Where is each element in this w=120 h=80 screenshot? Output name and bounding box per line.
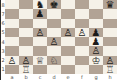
file-label-c: c [33,74,47,80]
square-d3[interactable] [47,46,61,55]
piece-white-pawn: ♙ [92,46,101,55]
square-d8[interactable]: ♚ [47,0,61,9]
file-label-b: b [19,74,33,80]
square-c6[interactable] [33,19,47,28]
square-h8[interactable]: ♛ [103,0,117,9]
square-d5[interactable] [47,28,61,37]
chess-diagram: 8♞♚♛7♟65♙♙♙♟4♙♟3♙2♙♙♕♘♔♙1♖♖abcdefgh [0,0,120,80]
square-f7[interactable] [75,9,89,18]
square-d4[interactable]: ♙ [47,37,61,46]
square-d6[interactable] [47,19,61,28]
square-d7[interactable] [47,9,61,18]
square-h2[interactable]: ♙ [103,56,117,65]
square-f4[interactable] [75,37,89,46]
file-label-e: e [61,74,75,80]
square-h7[interactable] [103,9,117,18]
piece-white-knight: ♘ [50,55,59,64]
chess-board: 8♞♚♛7♟65♙♙♙♟4♙♟3♙2♙♙♕♘♔♙1♖♖abcdefgh [1,0,117,80]
square-b2[interactable]: ♙ [19,56,33,65]
square-b1[interactable]: ♖ [19,65,33,74]
piece-white-pawn: ♙ [8,55,17,64]
square-b5[interactable] [19,28,33,37]
square-e3[interactable] [61,46,75,55]
square-f1[interactable] [75,65,89,74]
square-a8[interactable] [5,0,19,9]
piece-white-pawn: ♙ [64,27,73,36]
square-h1[interactable]: ♖ [103,65,117,74]
square-b7[interactable] [19,9,33,18]
square-c5[interactable]: ♙ [33,28,47,37]
piece-white-pawn: ♙ [78,27,87,36]
square-c7[interactable]: ♟ [33,9,47,18]
file-label-f: f [75,74,89,80]
piece-white-rook: ♖ [106,64,115,73]
square-e1[interactable] [61,65,75,74]
piece-black-queen: ♛ [106,0,115,9]
file-label-d: d [47,74,61,80]
piece-white-pawn: ♙ [22,55,31,64]
square-a6[interactable] [5,19,19,28]
piece-black-pawn: ♟ [92,37,101,46]
square-a5[interactable] [5,28,19,37]
square-g6[interactable] [89,19,103,28]
square-c1[interactable] [33,65,47,74]
square-d2[interactable]: ♘ [47,56,61,65]
square-d1[interactable] [47,65,61,74]
square-c3[interactable] [33,46,47,55]
square-a2[interactable]: ♙ [5,56,19,65]
square-a1[interactable] [5,65,19,74]
piece-black-pawn: ♟ [36,9,45,18]
square-b6[interactable] [19,19,33,28]
square-g7[interactable] [89,9,103,18]
square-e2[interactable] [61,56,75,65]
square-e8[interactable] [61,0,75,9]
file-label-h: h [103,74,117,80]
piece-black-knight: ♞ [36,0,45,9]
square-f8[interactable] [75,0,89,9]
square-c4[interactable] [33,37,47,46]
square-b3[interactable] [19,46,33,55]
square-c2[interactable]: ♕ [33,56,47,65]
piece-black-pawn: ♟ [92,27,101,36]
square-g4[interactable]: ♟ [89,37,103,46]
square-f3[interactable] [75,46,89,55]
square-f2[interactable] [75,56,89,65]
square-g8[interactable] [89,0,103,9]
square-e7[interactable] [61,9,75,18]
square-e4[interactable] [61,37,75,46]
square-h6[interactable] [103,19,117,28]
square-h3[interactable] [103,46,117,55]
square-a4[interactable] [5,37,19,46]
piece-black-king: ♚ [50,0,59,9]
piece-white-queen: ♕ [36,55,45,64]
piece-white-king: ♔ [92,55,101,64]
square-e5[interactable]: ♙ [61,28,75,37]
square-g2[interactable]: ♔ [89,56,103,65]
piece-white-pawn: ♙ [50,37,59,46]
square-g3[interactable]: ♙ [89,46,103,55]
square-f6[interactable] [75,19,89,28]
file-label-g: g [89,74,103,80]
square-g1[interactable] [89,65,103,74]
piece-white-rook: ♖ [22,64,31,73]
square-a3[interactable] [5,46,19,55]
piece-white-pawn: ♙ [106,55,115,64]
square-f5[interactable]: ♙ [75,28,89,37]
square-a7[interactable] [5,9,19,18]
square-g5[interactable]: ♟ [89,28,103,37]
piece-white-pawn: ♙ [36,27,45,36]
square-c8[interactable]: ♞ [33,0,47,9]
square-e6[interactable] [61,19,75,28]
square-b8[interactable] [19,0,33,9]
file-label-a: a [5,74,19,80]
square-h4[interactable] [103,37,117,46]
square-h5[interactable] [103,28,117,37]
square-b4[interactable] [19,37,33,46]
